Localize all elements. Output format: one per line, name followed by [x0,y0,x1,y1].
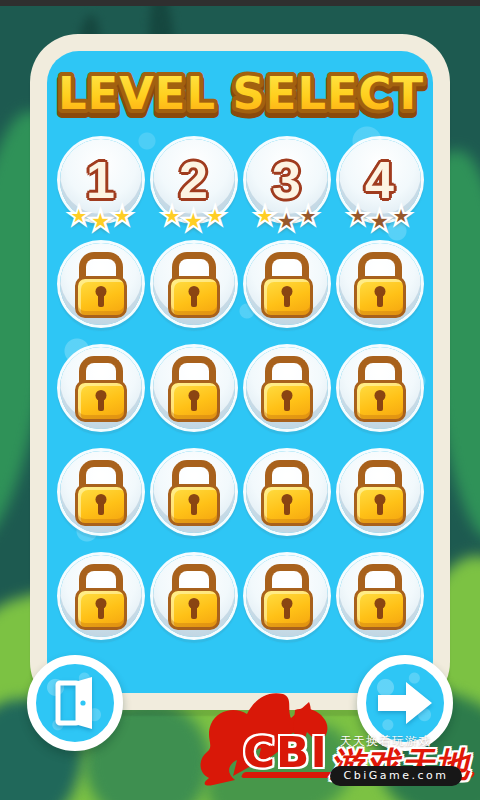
lock-body [261,484,313,526]
level-number: 2 [179,154,208,206]
star-empty-icon: ★ [296,203,320,236]
locked-level-button[interactable] [339,555,421,637]
level-grid: 1 ★★★ 2 ★★★ 3 ★★★ 4 ★★★ [47,139,433,659]
lock-body [354,484,406,526]
lock-body [261,588,313,630]
door-icon [52,675,98,731]
level-1-button[interactable]: 1 ★★★ [60,139,142,221]
locked-level-button[interactable] [60,555,142,637]
lock-body [168,588,220,630]
level-3-button[interactable]: 3 ★★★ [246,139,328,221]
keyhole-stem [191,398,197,411]
lock-icon [354,564,406,630]
keyhole-stem [191,294,197,307]
lock-body [354,588,406,630]
lock-shackle [79,564,123,591]
locked-level-button[interactable] [246,347,328,429]
lock-icon [168,356,220,422]
locked-level-button[interactable] [60,451,142,533]
keyhole-stem [98,294,104,307]
keyhole-stem [191,502,197,515]
keyhole-stem [191,606,197,619]
keyhole-stem [377,606,383,619]
lock-shackle [172,252,216,279]
exit-button[interactable] [27,655,123,751]
lock-shackle [265,252,309,279]
watermark-url: CbiGame.com [330,766,462,786]
lock-shackle [358,564,402,591]
star-empty-icon: ★ [389,203,413,236]
lock-body [75,484,127,526]
lock-icon [75,460,127,526]
svg-text:LEVEL SELECT: LEVEL SELECT [58,68,424,119]
lock-body [354,380,406,422]
lock-icon [261,356,313,422]
lock-body [354,276,406,318]
screen: LEVEL SELECT LEVEL SELECT 1 ★★★ 2 ★★★ 3 … [0,0,480,800]
star-rating: ★★★ [153,203,235,236]
lock-shackle [172,460,216,487]
locked-level-button[interactable] [339,243,421,325]
locked-level-button[interactable] [60,243,142,325]
lock-shackle [79,252,123,279]
lock-shackle [265,460,309,487]
lock-icon [168,460,220,526]
star-filled-icon: ★ [110,203,134,236]
panel-inner: LEVEL SELECT LEVEL SELECT 1 ★★★ 2 ★★★ 3 … [47,51,433,693]
keyhole-stem [284,398,290,411]
locked-level-button[interactable] [246,451,328,533]
lock-icon [168,564,220,630]
level-4-button[interactable]: 4 ★★★ [339,139,421,221]
lock-shackle [79,460,123,487]
lock-icon [168,252,220,318]
locked-level-button[interactable] [60,347,142,429]
keyhole-stem [284,606,290,619]
lock-icon [75,252,127,318]
lock-body [261,276,313,318]
keyhole-stem [98,502,104,515]
locked-level-button[interactable] [153,555,235,637]
locked-level-button[interactable] [153,347,235,429]
level-number: 3 [272,154,301,206]
page-title: LEVEL SELECT LEVEL SELECT [47,57,433,135]
keyhole-stem [377,502,383,515]
locked-level-button[interactable] [246,243,328,325]
locked-level-button[interactable] [339,347,421,429]
locked-level-button[interactable] [246,555,328,637]
locked-level-button[interactable] [339,451,421,533]
keyhole-stem [377,294,383,307]
lock-shackle [172,356,216,383]
lock-icon [261,252,313,318]
level-select-panel: LEVEL SELECT LEVEL SELECT 1 ★★★ 2 ★★★ 3 … [30,34,450,710]
keyhole-stem [98,606,104,619]
lock-body [75,588,127,630]
keyhole-stem [284,502,290,515]
locked-level-button[interactable] [153,243,235,325]
lock-shackle [265,564,309,591]
level-2-button[interactable]: 2 ★★★ [153,139,235,221]
lock-shackle [172,564,216,591]
lock-body [168,380,220,422]
star-rating: ★★★ [60,203,142,236]
lock-icon [354,460,406,526]
locked-level-button[interactable] [153,451,235,533]
keyhole-stem [98,398,104,411]
keyhole-stem [377,398,383,411]
cbi-watermark: CBI 天天换着玩游戏 游戏天地 CbiGame.com [150,688,472,798]
lock-icon [261,564,313,630]
lock-icon [354,252,406,318]
star-rating: ★★★ [339,203,421,236]
lock-body [261,380,313,422]
status-strip [0,0,480,6]
lock-icon [75,564,127,630]
lock-icon [354,356,406,422]
keyhole-stem [284,294,290,307]
lock-body [168,276,220,318]
lock-icon [75,356,127,422]
lock-shackle [265,356,309,383]
lock-shackle [79,356,123,383]
lock-body [168,484,220,526]
lock-shackle [358,356,402,383]
lock-icon [261,460,313,526]
lock-body [75,380,127,422]
lock-shackle [358,460,402,487]
lock-body [75,276,127,318]
lock-shackle [358,252,402,279]
star-filled-icon: ★ [203,203,227,236]
star-rating: ★★★ [246,203,328,236]
level-number: 4 [365,154,394,206]
level-number: 1 [86,154,115,206]
cbi-logo-text: CBI [243,728,328,777]
